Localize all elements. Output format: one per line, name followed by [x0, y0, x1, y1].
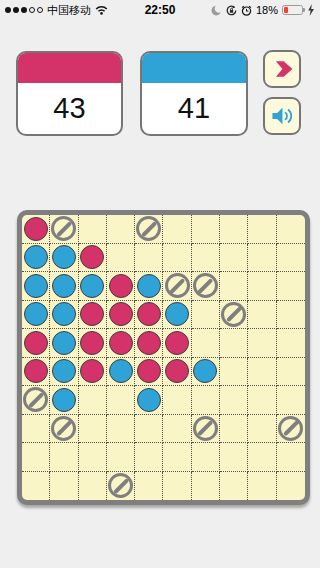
cell-r7c7[interactable] [192, 386, 220, 415]
cell-r5c2[interactable] [50, 329, 78, 358]
cell-r5c6[interactable] [163, 329, 191, 358]
cell-r9c10[interactable] [277, 443, 305, 472]
game-board [17, 210, 310, 505]
blue-score-card-header [142, 53, 246, 83]
cell-r8c9[interactable] [248, 415, 276, 444]
cell-r1c4[interactable] [107, 215, 135, 244]
blue-piece [52, 331, 76, 355]
cell-r3c7[interactable] [192, 272, 220, 301]
cell-r10c8[interactable] [220, 472, 248, 501]
red-piece [109, 302, 133, 326]
blue-piece [24, 245, 48, 269]
red-piece [80, 245, 104, 269]
red-piece [165, 331, 189, 355]
signal-dot [5, 7, 11, 13]
cell-r1c3[interactable] [79, 215, 107, 244]
blue-piece [137, 274, 161, 298]
blocked-cell-icon [136, 216, 161, 241]
cell-r4c8[interactable] [220, 301, 248, 330]
cell-r9c7[interactable] [192, 443, 220, 472]
cell-r8c1[interactable] [22, 415, 50, 444]
cell-r8c3[interactable] [79, 415, 107, 444]
blocked-cell-icon [108, 473, 133, 498]
battery-percent-label: 18% [256, 4, 278, 16]
cell-r9c2[interactable] [50, 443, 78, 472]
cell-r2c8[interactable] [220, 244, 248, 273]
cell-r5c8[interactable] [220, 329, 248, 358]
cell-r9c8[interactable] [220, 443, 248, 472]
cell-r10c2[interactable] [50, 472, 78, 501]
cell-r10c1[interactable] [22, 472, 50, 501]
cell-r6c5[interactable] [135, 358, 163, 387]
cell-r10c6[interactable] [163, 472, 191, 501]
cell-r7c1[interactable] [22, 386, 50, 415]
red-piece [80, 359, 104, 383]
cell-r6c6[interactable] [163, 358, 191, 387]
blocked-cell-icon [165, 273, 190, 298]
cell-r6c9[interactable] [248, 358, 276, 387]
cell-r7c4[interactable] [107, 386, 135, 415]
moon-icon [211, 5, 222, 16]
blue-piece [52, 359, 76, 383]
red-score-card-header [18, 53, 121, 83]
blue-piece [80, 274, 104, 298]
blue-piece [24, 302, 48, 326]
cell-r3c9[interactable] [248, 272, 276, 301]
red-score-value: 43 [18, 83, 121, 133]
cell-r4c9[interactable] [248, 301, 276, 330]
cell-r4c5[interactable] [135, 301, 163, 330]
cell-r2c1[interactable] [22, 244, 50, 273]
cell-r4c10[interactable] [277, 301, 305, 330]
alarm-clock-icon [241, 5, 252, 16]
cell-r3c4[interactable] [107, 272, 135, 301]
wifi-icon [95, 5, 108, 15]
cell-r10c7[interactable] [192, 472, 220, 501]
cell-r10c5[interactable] [135, 472, 163, 501]
cell-r6c8[interactable] [220, 358, 248, 387]
red-piece [137, 359, 161, 383]
signal-dot [13, 7, 19, 13]
signal-dot [37, 7, 43, 13]
blue-piece [165, 302, 189, 326]
cell-r1c9[interactable] [248, 215, 276, 244]
cell-r9c3[interactable] [79, 443, 107, 472]
cell-r10c9[interactable] [248, 472, 276, 501]
cell-r1c10[interactable] [277, 215, 305, 244]
cell-r8c7[interactable] [192, 415, 220, 444]
cell-r7c6[interactable] [163, 386, 191, 415]
red-score-card: 43 [16, 51, 123, 136]
cell-r3c1[interactable] [22, 272, 50, 301]
cell-r5c7[interactable] [192, 329, 220, 358]
blue-piece [137, 388, 161, 412]
red-piece [24, 359, 48, 383]
cell-r3c3[interactable] [79, 272, 107, 301]
red-piece [80, 331, 104, 355]
blue-piece [52, 302, 76, 326]
blue-score-value: 41 [142, 83, 246, 133]
battery-icon [282, 5, 303, 15]
chevron-right-icon [269, 56, 295, 82]
cell-r7c2[interactable] [50, 386, 78, 415]
red-piece [24, 217, 48, 241]
cell-r3c10[interactable] [277, 272, 305, 301]
cell-r3c8[interactable] [220, 272, 248, 301]
signal-strength-dots [5, 7, 43, 13]
cell-r9c1[interactable] [22, 443, 50, 472]
blue-score-card: 41 [140, 51, 248, 136]
blocked-cell-icon [193, 416, 218, 441]
cell-r10c3[interactable] [79, 472, 107, 501]
blocked-cell-icon [278, 416, 303, 441]
red-piece [80, 302, 104, 326]
blocked-cell-icon [23, 387, 48, 412]
blue-piece [193, 359, 217, 383]
cell-r6c4[interactable] [107, 358, 135, 387]
cell-r2c5[interactable] [135, 244, 163, 273]
red-piece [137, 331, 161, 355]
cell-r7c10[interactable] [277, 386, 305, 415]
cell-r4c3[interactable] [79, 301, 107, 330]
sound-button[interactable] [263, 97, 301, 135]
blue-piece [24, 274, 48, 298]
cell-r6c3[interactable] [79, 358, 107, 387]
cell-r4c6[interactable] [163, 301, 191, 330]
cell-r2c4[interactable] [107, 244, 135, 273]
cell-r8c2[interactable] [50, 415, 78, 444]
cell-r1c8[interactable] [220, 215, 248, 244]
cell-r4c2[interactable] [50, 301, 78, 330]
cell-r8c6[interactable] [163, 415, 191, 444]
cell-r3c6[interactable] [163, 272, 191, 301]
cell-r9c6[interactable] [163, 443, 191, 472]
cell-r6c10[interactable] [277, 358, 305, 387]
cell-r1c1[interactable] [22, 215, 50, 244]
status-bar: 中国移动 22:50 [0, 0, 320, 20]
cell-r5c10[interactable] [277, 329, 305, 358]
cell-r5c4[interactable] [107, 329, 135, 358]
cell-r7c9[interactable] [248, 386, 276, 415]
cell-r9c4[interactable] [107, 443, 135, 472]
cell-r1c7[interactable] [192, 215, 220, 244]
next-button[interactable] [263, 50, 301, 88]
red-piece [137, 302, 161, 326]
cell-r7c8[interactable] [220, 386, 248, 415]
cell-r6c2[interactable] [50, 358, 78, 387]
cell-r5c1[interactable] [22, 329, 50, 358]
cell-r7c3[interactable] [79, 386, 107, 415]
cell-r4c4[interactable] [107, 301, 135, 330]
cell-r10c4[interactable] [107, 472, 135, 501]
cell-r5c3[interactable] [79, 329, 107, 358]
blue-piece [52, 388, 76, 412]
cell-r8c5[interactable] [135, 415, 163, 444]
signal-dot [21, 7, 27, 13]
cell-r1c6[interactable] [163, 215, 191, 244]
blue-piece [109, 359, 133, 383]
cell-r1c5[interactable] [135, 215, 163, 244]
battery-fill [284, 7, 288, 13]
blocked-cell-icon [51, 216, 76, 241]
cell-r2c7[interactable] [192, 244, 220, 273]
red-piece [24, 331, 48, 355]
cell-r2c3[interactable] [79, 244, 107, 273]
cell-r2c9[interactable] [248, 244, 276, 273]
carrier-label: 中国移动 [47, 3, 91, 18]
cell-r4c7[interactable] [192, 301, 220, 330]
game-screen: { "status_bar": { "signal_dots_filled": … [0, 0, 320, 568]
red-piece [109, 274, 133, 298]
cell-r8c4[interactable] [107, 415, 135, 444]
cell-r3c2[interactable] [50, 272, 78, 301]
cell-r8c10[interactable] [277, 415, 305, 444]
cell-r9c9[interactable] [248, 443, 276, 472]
cell-r9c5[interactable] [135, 443, 163, 472]
blocked-cell-icon [193, 273, 218, 298]
blocked-cell-icon [51, 416, 76, 441]
cell-r2c10[interactable] [277, 244, 305, 273]
cell-r2c2[interactable] [50, 244, 78, 273]
cell-r5c5[interactable] [135, 329, 163, 358]
blocked-cell-icon [221, 302, 246, 327]
cell-r5c9[interactable] [248, 329, 276, 358]
blue-piece [52, 274, 76, 298]
cell-r6c7[interactable] [192, 358, 220, 387]
red-piece [109, 331, 133, 355]
blue-piece [52, 245, 76, 269]
cell-r6c1[interactable] [22, 358, 50, 387]
cell-r8c8[interactable] [220, 415, 248, 444]
signal-dot [29, 7, 35, 13]
cell-r7c5[interactable] [135, 386, 163, 415]
charging-bolt-icon [307, 4, 315, 16]
speaker-icon [269, 103, 295, 129]
cell-r10c10[interactable] [277, 472, 305, 501]
cell-r4c1[interactable] [22, 301, 50, 330]
cell-r3c5[interactable] [135, 272, 163, 301]
red-piece [165, 359, 189, 383]
cell-r1c2[interactable] [50, 215, 78, 244]
orientation-lock-icon [226, 5, 237, 16]
cell-r2c6[interactable] [163, 244, 191, 273]
